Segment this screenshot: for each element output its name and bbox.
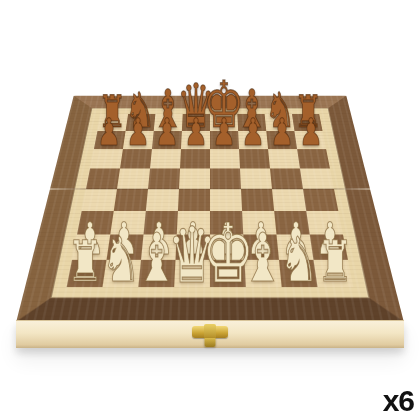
square-f4 [241,189,274,211]
square-h8 [292,114,323,131]
square-c7 [152,131,182,149]
square-e7 [210,131,239,149]
square-d1 [174,260,210,287]
square-b7 [123,131,154,149]
square-c1 [138,260,175,287]
square-c5 [148,168,180,189]
square-b1 [102,260,141,287]
square-f1 [244,260,281,287]
square-d7 [181,131,210,149]
square-f7 [238,131,268,149]
square-c8 [154,114,183,131]
square-e3 [210,211,243,235]
square-g8 [265,114,295,131]
square-a8 [97,114,128,131]
square-a4 [82,189,117,211]
square-c6 [150,149,181,168]
square-e1 [210,260,246,287]
square-b6 [120,149,152,168]
square-e2 [210,234,244,259]
square-b5 [117,168,150,189]
square-h3 [306,211,343,235]
square-g1 [279,260,318,287]
square-a3 [77,211,114,235]
square-g2 [276,234,313,259]
square-a5 [86,168,120,189]
square-e8 [210,114,238,131]
square-h4 [303,189,338,211]
product-photo: ♜♞♝♛♚♝♞♜♟♟♟♟♟♟♟♟♟♟♟♟♟♟♟♟♜♞♝♛♚♝♞♜ x6 [0,0,420,420]
square-a1 [67,260,107,287]
board-squares [67,114,354,287]
square-c3 [144,211,178,235]
square-b4 [114,189,148,211]
square-g7 [266,131,297,149]
square-c4 [146,189,179,211]
square-g6 [268,149,300,168]
square-h7 [294,131,326,149]
square-h6 [297,149,330,168]
square-e5 [210,168,241,189]
square-d5 [179,168,210,189]
box-front-edge [16,320,404,348]
board-fold-seam [50,188,370,189]
square-g3 [274,211,310,235]
square-d4 [178,189,210,211]
square-f6 [239,149,270,168]
square-f2 [243,234,279,259]
square-e6 [210,149,240,168]
square-e4 [210,189,242,211]
square-f8 [237,114,266,131]
square-a2 [72,234,110,259]
board-scene: ♜♞♝♛♚♝♞♜♟♟♟♟♟♟♟♟♟♟♟♟♟♟♟♟♜♞♝♛♚♝♞♜ [0,0,420,420]
square-f3 [242,211,276,235]
square-g4 [272,189,306,211]
square-d3 [177,211,210,235]
square-f5 [240,168,272,189]
square-d8 [182,114,210,131]
square-d6 [180,149,210,168]
brass-latch [192,326,228,338]
quantity-annotation: x6 [383,384,414,418]
square-c2 [141,234,177,259]
square-h2 [310,234,348,259]
square-h5 [300,168,334,189]
square-a6 [90,149,123,168]
square-g5 [270,168,303,189]
square-d2 [176,234,210,259]
square-h1 [313,260,353,287]
square-b3 [110,211,146,235]
square-a7 [94,131,126,149]
square-b2 [107,234,144,259]
chess-board [16,96,403,322]
square-b8 [126,114,156,131]
